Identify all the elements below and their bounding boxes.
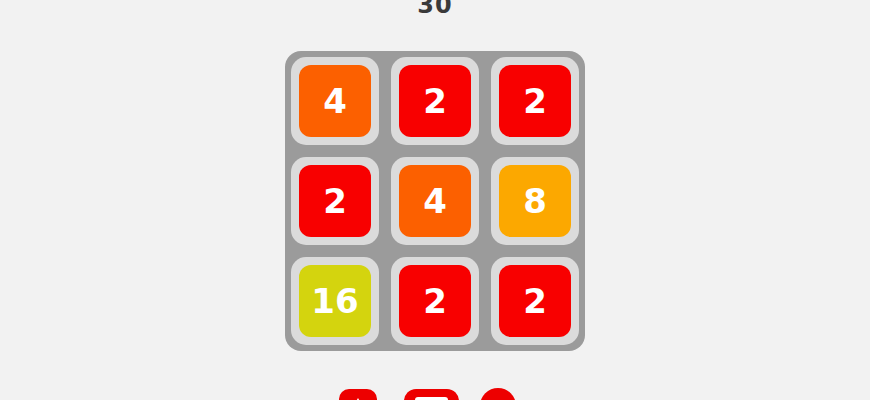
board-cell: 2 bbox=[391, 257, 479, 345]
board-cell: 16 bbox=[291, 257, 379, 345]
board-cell: 2 bbox=[391, 57, 479, 145]
tile-2: 2 bbox=[399, 65, 471, 137]
board-cell: 4 bbox=[391, 157, 479, 245]
game-page: 30 4222481622 bbox=[0, 0, 870, 400]
tile-2: 2 bbox=[499, 65, 571, 137]
board-cell: 2 bbox=[291, 157, 379, 245]
tile-16: 16 bbox=[299, 265, 371, 337]
tray-button[interactable] bbox=[404, 389, 459, 400]
board-cell: 8 bbox=[491, 157, 579, 245]
game-board[interactable]: 4222481622 bbox=[285, 51, 585, 351]
tile-2: 2 bbox=[299, 165, 371, 237]
score: 30 bbox=[0, 0, 870, 19]
board-cell: 4 bbox=[291, 57, 379, 145]
tile-8: 8 bbox=[499, 165, 571, 237]
tile-2: 2 bbox=[499, 265, 571, 337]
board-cell: 2 bbox=[491, 257, 579, 345]
board-cell: 2 bbox=[491, 57, 579, 145]
tile-2: 2 bbox=[399, 265, 471, 337]
tile-4: 4 bbox=[299, 65, 371, 137]
tile-4: 4 bbox=[399, 165, 471, 237]
arrow-up-button[interactable] bbox=[339, 389, 377, 400]
circle-button[interactable] bbox=[480, 388, 516, 400]
